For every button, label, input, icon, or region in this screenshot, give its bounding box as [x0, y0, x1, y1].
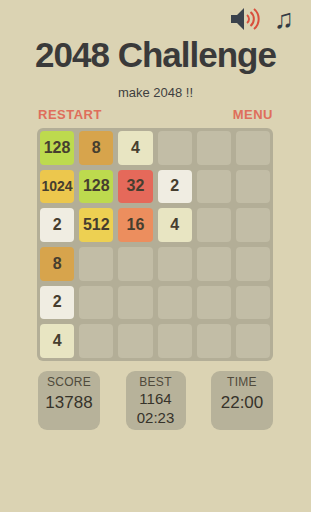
score-label: SCORE: [38, 375, 100, 389]
tile-8: 8: [40, 247, 74, 281]
board-cell: [158, 247, 192, 281]
menu-button[interactable]: MENU: [233, 107, 273, 122]
music-note-icon[interactable]: ♫: [269, 5, 299, 33]
tile-2: 2: [40, 286, 74, 320]
best-label: BEST: [126, 375, 186, 389]
tile-8: 8: [79, 131, 113, 165]
board-cell: [79, 324, 113, 358]
tile-1024: 1024: [40, 170, 74, 204]
board-cell: [236, 286, 270, 320]
board-cell: [197, 324, 231, 358]
time-box: TIME 22:00: [211, 371, 273, 430]
tile-512: 512: [79, 208, 113, 242]
game-board[interactable]: 1288410241283222512164824: [37, 128, 273, 361]
restart-button[interactable]: RESTART: [38, 107, 102, 122]
tile-4: 4: [118, 131, 152, 165]
board-cell: [197, 208, 231, 242]
board-cell: [236, 324, 270, 358]
tile-16: 16: [118, 208, 152, 242]
tile-2: 2: [158, 170, 192, 204]
board-cell: [158, 131, 192, 165]
time-value: 22:00: [211, 393, 273, 413]
tile-4: 4: [40, 324, 74, 358]
score-box: SCORE 13788: [38, 371, 100, 430]
board-cell: [118, 324, 152, 358]
tile-2: 2: [40, 208, 74, 242]
board-cell: [197, 170, 231, 204]
speaker-icon[interactable]: [230, 5, 260, 33]
tile-4: 4: [158, 208, 192, 242]
page-title: 2048 Challenge: [0, 33, 311, 77]
board-cell: [118, 247, 152, 281]
score-value: 13788: [38, 393, 100, 413]
page-subtitle: make 2048 !!: [0, 85, 311, 100]
controls-row: RESTART MENU: [38, 107, 273, 122]
board-cell: [236, 170, 270, 204]
time-label: TIME: [211, 375, 273, 389]
board-cell: [236, 208, 270, 242]
board-cell: [236, 131, 270, 165]
board-cell: [79, 286, 113, 320]
best-time-value: 02:23: [126, 409, 186, 427]
best-box: BEST 1164 02:23: [126, 371, 186, 430]
tile-128: 128: [40, 131, 74, 165]
board-cell: [79, 247, 113, 281]
board-cell: [158, 286, 192, 320]
header-icons: ♫: [230, 5, 299, 33]
board-cell: [197, 286, 231, 320]
tile-32: 32: [118, 170, 152, 204]
board-cell: [118, 286, 152, 320]
stats-row: SCORE 13788 BEST 1164 02:23 TIME 22:00: [38, 371, 273, 430]
best-score-value: 1164: [126, 390, 186, 408]
board-cell: [197, 247, 231, 281]
tile-128: 128: [79, 170, 113, 204]
board-cell: [236, 247, 270, 281]
board-cell: [158, 324, 192, 358]
board-cell: [197, 131, 231, 165]
